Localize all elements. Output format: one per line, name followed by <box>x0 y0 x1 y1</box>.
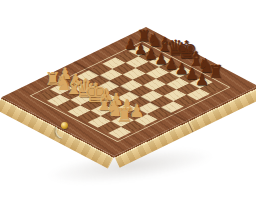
hinge-seam <box>186 120 193 132</box>
latch-hook-icon <box>54 126 65 139</box>
white-rook-glyph-icon: ♜ <box>116 106 133 125</box>
clasp-latch <box>53 120 75 142</box>
black-rook-glyph-icon: ♜ <box>208 64 224 81</box>
product-photo-scene: ♜♞♝♛♚♝♞♜♟♟♟♟♟♟♟♟♟♟♟♟♟♟♟♟♜♞♝♛♚♝♞♜ <box>0 0 256 204</box>
black-pawn-glyph-icon: ♟ <box>195 72 209 88</box>
